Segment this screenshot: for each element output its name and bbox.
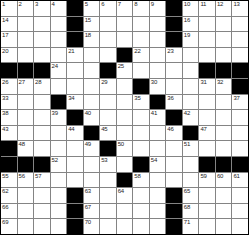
clue-number-20: 20	[2, 48, 8, 55]
clue-number-13: 13	[233, 1, 239, 8]
cell-r4c13[interactable]	[199, 48, 215, 63]
cell-r10c13[interactable]	[199, 141, 215, 156]
cell-r14c3[interactable]	[34, 204, 50, 219]
cell-r10c6[interactable]: 49	[84, 141, 100, 156]
clue-number-40: 40	[85, 110, 91, 117]
clue-number-70: 70	[85, 219, 91, 226]
cell-r1c8[interactable]: 7	[117, 1, 133, 16]
cell-r12c15[interactable]: 61	[232, 173, 248, 188]
cell-r10c14[interactable]	[216, 141, 232, 156]
clue-number-5: 5	[85, 1, 88, 8]
clue-number-12: 12	[217, 1, 223, 8]
cell-r4c14[interactable]	[216, 48, 232, 63]
cell-r8c9[interactable]	[133, 110, 149, 125]
cell-r11c7[interactable]: 53	[100, 157, 116, 172]
cell-r11c6[interactable]	[84, 157, 100, 172]
cell-r1c10[interactable]: 9	[150, 1, 166, 16]
cell-r6c13[interactable]: 31	[199, 79, 215, 94]
cell-r10c3[interactable]	[34, 141, 50, 156]
cell-r8c12[interactable]: 42	[183, 110, 199, 125]
cell-r3c14[interactable]	[216, 32, 232, 47]
cell-r12c13[interactable]: 59	[199, 173, 215, 188]
cell-r3c8[interactable]	[117, 32, 133, 47]
cell-r6c5[interactable]	[67, 79, 83, 94]
cell-r14c9[interactable]	[133, 204, 149, 219]
cell-r15c15[interactable]	[232, 219, 248, 234]
black-cell-r11c9	[133, 157, 149, 172]
clue-number-57: 57	[35, 173, 41, 180]
cell-r13c8[interactable]: 64	[117, 188, 133, 203]
cell-r3c4[interactable]	[51, 32, 67, 47]
cell-r13c7[interactable]	[100, 188, 116, 203]
cell-r4c7[interactable]	[100, 48, 116, 63]
clue-number-26: 26	[2, 79, 8, 86]
cell-r5c10[interactable]	[150, 63, 166, 78]
cell-r15c8[interactable]	[117, 219, 133, 234]
cell-r7c9[interactable]: 35	[133, 95, 149, 110]
cell-r6c11[interactable]	[166, 79, 182, 94]
clue-number-49: 49	[85, 141, 91, 148]
clue-number-4: 4	[52, 1, 55, 8]
clue-number-45: 45	[101, 126, 107, 133]
clue-number-69: 69	[2, 219, 8, 226]
cell-r9c10[interactable]	[150, 126, 166, 141]
cell-r3c10[interactable]	[150, 32, 166, 47]
cell-r4c2[interactable]	[18, 48, 34, 63]
clue-number-56: 56	[19, 173, 25, 180]
black-cell-r10c7	[100, 141, 116, 156]
cell-r14c7[interactable]	[100, 204, 116, 219]
cell-r1c12[interactable]: 10	[183, 1, 199, 16]
black-cell-r4c8	[117, 48, 133, 63]
cell-r5c6[interactable]	[84, 63, 100, 78]
black-cell-r5c7	[100, 63, 116, 78]
clue-number-68: 68	[184, 204, 190, 211]
cell-r9c3[interactable]	[34, 126, 50, 141]
clue-number-14: 14	[2, 17, 8, 24]
cell-r3c15[interactable]	[232, 32, 248, 47]
cell-r8c10[interactable]: 41	[150, 110, 166, 125]
cell-r12c1[interactable]: 55	[1, 173, 17, 188]
cell-r10c8[interactable]: 50	[117, 141, 133, 156]
clue-number-34: 34	[68, 95, 74, 102]
cell-r15c14[interactable]	[216, 219, 232, 234]
black-cell-r7c4	[51, 95, 67, 110]
cell-r14c8[interactable]	[117, 204, 133, 219]
cell-r12c7[interactable]	[100, 173, 116, 188]
cell-r3c3[interactable]	[34, 32, 50, 47]
black-cell-r5c3	[34, 63, 50, 78]
cell-r4c6[interactable]	[84, 48, 100, 63]
clue-number-19: 19	[184, 32, 190, 39]
cell-r8c15[interactable]	[232, 110, 248, 125]
cell-r5c5[interactable]	[67, 63, 83, 78]
cell-r12c11[interactable]	[166, 173, 182, 188]
cell-r8c13[interactable]	[199, 110, 215, 125]
crossword-grid: 1234567891011121314151617181920212223242…	[0, 0, 249, 235]
clue-number-15: 15	[85, 17, 91, 24]
clue-number-36: 36	[167, 95, 173, 102]
clue-number-41: 41	[151, 110, 157, 117]
cell-r8c8[interactable]	[117, 110, 133, 125]
cell-r4c4[interactable]	[51, 48, 67, 63]
cell-r7c13[interactable]	[199, 95, 215, 110]
cell-r15c3[interactable]	[34, 219, 50, 234]
clue-number-11: 11	[200, 1, 206, 8]
cell-r2c15[interactable]	[232, 17, 248, 32]
cell-r12c3[interactable]: 57	[34, 173, 50, 188]
cell-r4c1[interactable]: 20	[1, 48, 17, 63]
cell-r7c14[interactable]	[216, 95, 232, 110]
cell-r6c7[interactable]: 29	[100, 79, 116, 94]
cell-r15c10[interactable]	[150, 219, 166, 234]
clue-number-65: 65	[184, 188, 190, 195]
cell-r12c2[interactable]: 56	[18, 173, 34, 188]
black-cell-r2c5	[67, 17, 83, 32]
black-cell-r5c15	[232, 63, 248, 78]
cell-r7c5[interactable]: 34	[67, 95, 83, 110]
cell-r3c12[interactable]: 19	[183, 32, 199, 47]
clue-number-48: 48	[19, 141, 25, 148]
black-cell-r11c13	[199, 157, 215, 172]
cell-r9c7[interactable]: 45	[100, 126, 116, 141]
cell-r2c6[interactable]: 15	[84, 17, 100, 32]
cell-r8c6[interactable]: 40	[84, 110, 100, 125]
cell-r8c1[interactable]: 38	[1, 110, 17, 125]
cell-r7c12[interactable]	[183, 95, 199, 110]
cell-r6c3[interactable]: 28	[34, 79, 50, 94]
cell-r2c4[interactable]	[51, 17, 67, 32]
cell-r3c7[interactable]	[100, 32, 116, 47]
cell-r13c4[interactable]	[51, 188, 67, 203]
clue-number-9: 9	[151, 1, 154, 8]
clue-number-51: 51	[184, 141, 190, 148]
clue-number-22: 22	[134, 48, 140, 55]
clue-number-6: 6	[101, 1, 104, 8]
black-cell-r1c5	[67, 1, 83, 16]
clue-number-27: 27	[19, 79, 25, 86]
clue-number-30: 30	[151, 79, 157, 86]
cell-r5c8[interactable]: 25	[117, 63, 133, 78]
cell-r1c7[interactable]: 6	[100, 1, 116, 16]
black-cell-r1c11	[166, 1, 182, 16]
cell-r15c13[interactable]	[199, 219, 215, 234]
cell-r3c6[interactable]: 18	[84, 32, 100, 47]
black-cell-r3c11	[166, 32, 182, 47]
cell-r6c4[interactable]	[51, 79, 67, 94]
clue-number-60: 60	[217, 173, 223, 180]
cell-r8c3[interactable]	[34, 110, 50, 125]
cell-r11c11[interactable]	[166, 157, 182, 172]
black-cell-r14c11	[166, 204, 182, 219]
clue-number-47: 47	[200, 126, 206, 133]
cell-r11c4[interactable]: 52	[51, 157, 67, 172]
cell-r5c4[interactable]: 24	[51, 63, 67, 78]
clue-number-58: 58	[134, 173, 140, 180]
cell-r2c7[interactable]	[100, 17, 116, 32]
cell-r9c5[interactable]: 44	[67, 126, 83, 141]
clue-number-38: 38	[2, 110, 8, 117]
cell-r11c12[interactable]	[183, 157, 199, 172]
black-cell-r8c5	[67, 110, 83, 125]
black-cell-r8c11	[166, 110, 182, 125]
cell-r12c4[interactable]	[51, 173, 67, 188]
cell-r15c7[interactable]	[100, 219, 116, 234]
black-cell-r5c13	[199, 63, 215, 78]
clue-number-33: 33	[2, 95, 8, 102]
cell-r12c5[interactable]	[67, 173, 83, 188]
cell-r7c11[interactable]: 36	[166, 95, 182, 110]
clue-number-44: 44	[68, 126, 74, 133]
cell-r10c9[interactable]	[133, 141, 149, 156]
cell-r2c2[interactable]	[18, 17, 34, 32]
black-cell-r13c11	[166, 188, 182, 203]
cell-r9c1[interactable]: 43	[1, 126, 17, 141]
black-cell-r12c8	[117, 173, 133, 188]
cell-r4c11[interactable]: 23	[166, 48, 182, 63]
clue-number-16: 16	[184, 17, 190, 24]
cell-r9c13[interactable]: 47	[199, 126, 215, 141]
cell-r10c10[interactable]	[150, 141, 166, 156]
cell-r13c6[interactable]: 63	[84, 188, 100, 203]
clue-number-10: 10	[184, 1, 190, 8]
cell-r4c15[interactable]	[232, 48, 248, 63]
cell-r11c8[interactable]	[117, 157, 133, 172]
cell-r2c10[interactable]	[150, 17, 166, 32]
cell-r9c2[interactable]	[18, 126, 34, 141]
cell-r9c11[interactable]: 46	[166, 126, 182, 141]
clue-number-2: 2	[19, 1, 22, 8]
cell-r1c4[interactable]: 4	[51, 1, 67, 16]
cell-r1c3[interactable]: 3	[34, 1, 50, 16]
black-cell-r11c14	[216, 157, 232, 172]
cell-r2c8[interactable]	[117, 17, 133, 32]
cell-r15c2[interactable]	[18, 219, 34, 234]
cell-r10c12[interactable]: 51	[183, 141, 199, 156]
black-cell-r15c5	[67, 219, 83, 234]
clue-number-24: 24	[52, 63, 58, 70]
black-cell-r5c14	[216, 63, 232, 78]
clue-number-1: 1	[2, 1, 5, 8]
cell-r10c11[interactable]	[166, 141, 182, 156]
clue-number-54: 54	[151, 157, 157, 164]
black-cell-r11c2	[18, 157, 34, 172]
clue-number-23: 23	[167, 48, 173, 55]
black-cell-r5c1	[1, 63, 17, 78]
cell-r1c9[interactable]: 8	[133, 1, 149, 16]
cell-r2c1[interactable]: 14	[1, 17, 17, 32]
cell-r13c15[interactable]	[232, 188, 248, 203]
cell-r1c1[interactable]: 1	[1, 1, 17, 16]
cell-r7c7[interactable]	[100, 95, 116, 110]
cell-r1c6[interactable]: 5	[84, 1, 100, 16]
clue-number-55: 55	[2, 173, 8, 180]
black-cell-r9c6	[84, 126, 100, 141]
clue-number-17: 17	[2, 32, 8, 39]
clue-number-42: 42	[184, 110, 190, 117]
clue-number-29: 29	[101, 79, 107, 86]
black-cell-r15c11	[166, 219, 182, 234]
cell-r7c2[interactable]	[18, 95, 34, 110]
cell-r8c4[interactable]: 39	[51, 110, 67, 125]
cell-r14c13[interactable]	[199, 204, 215, 219]
clue-number-61: 61	[233, 173, 239, 180]
cell-r7c8[interactable]	[117, 95, 133, 110]
cell-r3c2[interactable]	[18, 32, 34, 47]
clue-number-25: 25	[118, 63, 124, 70]
clue-number-18: 18	[85, 32, 91, 39]
cell-r2c12[interactable]: 16	[183, 17, 199, 32]
cell-r3c9[interactable]	[133, 32, 149, 47]
clue-number-37: 37	[233, 95, 239, 102]
clue-number-7: 7	[118, 1, 121, 8]
cell-r10c5[interactable]	[67, 141, 83, 156]
cell-r15c12[interactable]: 71	[183, 219, 199, 234]
clue-number-3: 3	[35, 1, 38, 8]
cell-r15c4[interactable]	[51, 219, 67, 234]
cell-r15c6[interactable]: 70	[84, 219, 100, 234]
black-cell-r2c11	[166, 17, 182, 32]
black-cell-r6c15	[232, 79, 248, 94]
cell-r2c14[interactable]	[216, 17, 232, 32]
cell-r12c10[interactable]	[150, 173, 166, 188]
cell-r8c14[interactable]	[216, 110, 232, 125]
black-cell-r14c5	[67, 204, 83, 219]
cell-r14c4[interactable]	[51, 204, 67, 219]
cell-r2c9[interactable]	[133, 17, 149, 32]
cell-r10c2[interactable]: 48	[18, 141, 34, 156]
black-cell-r3c5	[67, 32, 83, 47]
cell-r7c15[interactable]: 37	[232, 95, 248, 110]
cell-r15c9[interactable]	[133, 219, 149, 234]
cell-r9c4[interactable]	[51, 126, 67, 141]
black-cell-r11c1	[1, 157, 17, 172]
cell-r14c1[interactable]: 66	[1, 204, 17, 219]
cell-r14c14[interactable]	[216, 204, 232, 219]
clue-number-31: 31	[200, 79, 206, 86]
black-cell-r9c12	[183, 126, 199, 141]
clue-number-46: 46	[167, 126, 173, 133]
cell-r11c5[interactable]	[67, 157, 83, 172]
cell-r5c9[interactable]	[133, 63, 149, 78]
clue-number-35: 35	[134, 95, 140, 102]
cell-r1c15[interactable]: 13	[232, 1, 248, 16]
cell-r14c15[interactable]	[232, 204, 248, 219]
cell-r13c1[interactable]: 62	[1, 188, 17, 203]
clue-number-8: 8	[134, 1, 137, 8]
cell-r9c8[interactable]	[117, 126, 133, 141]
clue-number-53: 53	[101, 157, 107, 164]
cell-r10c15[interactable]	[232, 141, 248, 156]
cell-r1c13[interactable]: 11	[199, 1, 215, 16]
cell-r4c3[interactable]	[34, 48, 50, 63]
cell-r10c4[interactable]	[51, 141, 67, 156]
cell-r14c6[interactable]: 67	[84, 204, 100, 219]
cell-r8c7[interactable]	[100, 110, 116, 125]
cell-r2c3[interactable]	[34, 17, 50, 32]
cell-r3c13[interactable]	[199, 32, 215, 47]
cell-r13c10[interactable]	[150, 188, 166, 203]
cell-r13c12[interactable]: 65	[183, 188, 199, 203]
cell-r12c12[interactable]	[183, 173, 199, 188]
clue-number-71: 71	[184, 219, 190, 226]
black-cell-r11c15	[232, 157, 248, 172]
cell-r2c13[interactable]	[199, 17, 215, 32]
cell-r4c10[interactable]	[150, 48, 166, 63]
black-cell-r11c3	[34, 157, 50, 172]
clue-number-64: 64	[118, 188, 124, 195]
cell-r6c12[interactable]	[183, 79, 199, 94]
black-cell-r13c5	[67, 188, 83, 203]
cell-r12c6[interactable]	[84, 173, 100, 188]
clue-number-32: 32	[217, 79, 223, 86]
cell-r4c5[interactable]: 21	[67, 48, 83, 63]
cell-r11c10[interactable]: 54	[150, 157, 166, 172]
cell-r13c9[interactable]	[133, 188, 149, 203]
cell-r14c2[interactable]	[18, 204, 34, 219]
clue-number-63: 63	[85, 188, 91, 195]
clue-number-50: 50	[118, 141, 124, 148]
cell-r15c1[interactable]: 69	[1, 219, 17, 234]
clue-number-67: 67	[85, 204, 91, 211]
cell-r13c2[interactable]	[18, 188, 34, 203]
black-cell-r5c2	[18, 63, 34, 78]
cell-r7c6[interactable]	[84, 95, 100, 110]
cell-r4c9[interactable]: 22	[133, 48, 149, 63]
cell-r12c9[interactable]: 58	[133, 173, 149, 188]
cell-r13c13[interactable]	[199, 188, 215, 203]
cell-r13c3[interactable]	[34, 188, 50, 203]
cell-r6c14[interactable]: 32	[216, 79, 232, 94]
clue-number-52: 52	[52, 157, 58, 164]
clue-number-28: 28	[35, 79, 41, 86]
cell-r9c15[interactable]	[232, 126, 248, 141]
cell-r8c2[interactable]	[18, 110, 34, 125]
cell-r4c12[interactable]	[183, 48, 199, 63]
clue-number-43: 43	[2, 126, 8, 133]
cell-r1c14[interactable]: 12	[216, 1, 232, 16]
cell-r5c12[interactable]	[183, 63, 199, 78]
cell-r6c10[interactable]: 30	[150, 79, 166, 94]
cell-r12c14[interactable]: 60	[216, 173, 232, 188]
black-cell-r6c9	[133, 79, 149, 94]
clue-number-21: 21	[68, 48, 74, 55]
cell-r13c14[interactable]	[216, 188, 232, 203]
cell-r9c14[interactable]	[216, 126, 232, 141]
black-cell-r10c1	[1, 141, 17, 156]
cell-r6c6[interactable]	[84, 79, 100, 94]
cell-r5c11[interactable]	[166, 63, 182, 78]
cell-r6c8[interactable]	[117, 79, 133, 94]
cell-r14c12[interactable]: 68	[183, 204, 199, 219]
cell-r7c1[interactable]: 33	[1, 95, 17, 110]
clue-number-39: 39	[52, 110, 58, 117]
cell-r6c2[interactable]: 27	[18, 79, 34, 94]
cell-r6c1[interactable]: 26	[1, 79, 17, 94]
black-cell-r7c10	[150, 95, 166, 110]
cell-r9c9[interactable]	[133, 126, 149, 141]
cell-r3c1[interactable]: 17	[1, 32, 17, 47]
clue-number-59: 59	[200, 173, 206, 180]
cell-r1c2[interactable]: 2	[18, 1, 34, 16]
clue-number-66: 66	[2, 204, 8, 211]
cell-r7c3[interactable]	[34, 95, 50, 110]
cell-r14c10[interactable]	[150, 204, 166, 219]
clue-number-62: 62	[2, 188, 8, 195]
